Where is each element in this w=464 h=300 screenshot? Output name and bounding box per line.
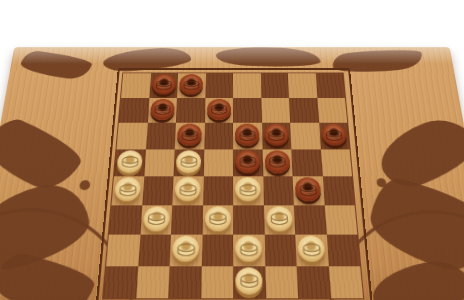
checkers-board-grid: ⛂⛂⛂⛂⛂⛂⛂⛂⛀⛀⛂⛂⛀⛀⛀⛂⛀⛀⛀⛀⛀⛀⛀ <box>102 72 364 299</box>
dark-man-g5[interactable]: ⛂ <box>295 178 322 202</box>
light-man-a4[interactable]: ⛀ <box>117 150 144 173</box>
square-f2[interactable] <box>261 98 290 123</box>
square-c3[interactable]: ⛂ <box>175 123 205 149</box>
square-h2[interactable] <box>317 98 347 123</box>
square-b3[interactable] <box>146 123 176 149</box>
square-c2[interactable] <box>176 98 205 123</box>
light-man-d6[interactable]: ⛀ <box>205 206 231 231</box>
light-man-g7[interactable]: ⛀ <box>298 236 326 262</box>
square-f1[interactable] <box>260 73 289 97</box>
square-b1[interactable]: ⛂ <box>149 73 178 97</box>
dark-man-e3[interactable]: ⛂ <box>235 124 260 146</box>
square-h4[interactable] <box>320 149 352 176</box>
square-f4[interactable]: ⛂ <box>262 149 292 176</box>
square-d3[interactable] <box>204 123 233 149</box>
square-d8[interactable] <box>201 266 233 299</box>
square-h5[interactable] <box>322 176 354 205</box>
square-d4[interactable] <box>203 149 233 176</box>
square-g3[interactable] <box>290 123 320 149</box>
square-d6[interactable]: ⛀ <box>202 205 233 235</box>
square-h7[interactable] <box>326 235 360 266</box>
square-b8[interactable] <box>136 266 170 299</box>
light-man-c5[interactable]: ⛀ <box>175 178 201 202</box>
square-a4[interactable]: ⛀ <box>114 149 146 176</box>
square-e6[interactable] <box>233 205 264 235</box>
square-f8[interactable] <box>265 266 298 299</box>
light-man-e7[interactable]: ⛀ <box>236 236 263 262</box>
marquetry-dot <box>376 178 386 187</box>
square-h3[interactable]: ⛂ <box>319 123 350 149</box>
marquetry-ornament <box>18 50 94 81</box>
square-a2[interactable] <box>119 98 149 123</box>
square-c6[interactable] <box>171 205 203 235</box>
square-a5[interactable]: ⛀ <box>111 176 143 205</box>
square-h6[interactable] <box>324 205 357 235</box>
square-e5[interactable]: ⛀ <box>233 176 263 205</box>
square-a8[interactable] <box>103 266 138 299</box>
square-a3[interactable] <box>116 123 147 149</box>
square-d2[interactable]: ⛂ <box>204 98 233 123</box>
square-h1[interactable] <box>315 73 345 97</box>
light-man-a5[interactable]: ⛀ <box>114 178 141 202</box>
square-f6[interactable]: ⛀ <box>263 205 295 235</box>
square-g2[interactable] <box>289 98 319 123</box>
square-c8[interactable] <box>168 266 201 299</box>
square-b2[interactable]: ⛂ <box>147 98 177 123</box>
square-g4[interactable] <box>291 149 322 176</box>
dark-man-f4[interactable]: ⛂ <box>264 150 290 173</box>
square-c5[interactable]: ⛀ <box>172 176 203 205</box>
dark-man-f3[interactable]: ⛂ <box>264 124 289 146</box>
square-c4[interactable]: ⛀ <box>174 149 204 176</box>
dark-man-h3[interactable]: ⛂ <box>321 124 347 146</box>
square-g1[interactable] <box>288 73 317 97</box>
square-c7[interactable]: ⛀ <box>170 235 202 266</box>
square-e1[interactable] <box>233 73 261 97</box>
wooden-board: ⛂⛂⛂⛂⛂⛂⛂⛂⛀⛀⛂⛂⛀⛀⛀⛂⛀⛀⛀⛀⛀⛀⛀ <box>0 47 464 300</box>
square-f7[interactable] <box>264 235 296 266</box>
square-a7[interactable] <box>106 235 140 266</box>
light-man-c7[interactable]: ⛀ <box>172 236 199 262</box>
square-d5[interactable] <box>203 176 233 205</box>
square-b5[interactable] <box>142 176 174 205</box>
square-a6[interactable] <box>109 205 142 235</box>
square-g7[interactable]: ⛀ <box>295 235 328 266</box>
square-d1[interactable] <box>205 73 233 97</box>
dark-man-c1[interactable]: ⛂ <box>179 74 203 94</box>
light-man-f6[interactable]: ⛀ <box>266 206 293 231</box>
square-a1[interactable] <box>121 73 151 97</box>
marquetry-dot <box>79 180 91 190</box>
light-man-e8[interactable]: ⛀ <box>236 267 263 294</box>
dark-man-d2[interactable]: ⛂ <box>207 99 231 120</box>
square-b7[interactable] <box>138 235 171 266</box>
dark-man-b1[interactable]: ⛂ <box>151 74 175 94</box>
square-b6[interactable]: ⛀ <box>140 205 172 235</box>
light-man-e5[interactable]: ⛀ <box>235 178 261 202</box>
marquetry-ornament <box>215 45 320 69</box>
square-e3[interactable]: ⛂ <box>233 123 262 149</box>
dark-man-c3[interactable]: ⛂ <box>177 124 202 146</box>
square-b4[interactable] <box>144 149 175 176</box>
dark-man-b2[interactable]: ⛂ <box>150 99 175 120</box>
square-f5[interactable] <box>263 176 294 205</box>
square-e2[interactable] <box>233 98 262 123</box>
photo-scene: ⛂⛂⛂⛂⛂⛂⛂⛂⛀⛀⛂⛂⛀⛀⛀⛂⛀⛀⛀⛀⛀⛀⛀ <box>0 0 464 300</box>
square-e8[interactable]: ⛀ <box>233 266 266 299</box>
square-d7[interactable] <box>201 235 233 266</box>
square-c1[interactable]: ⛂ <box>177 73 206 97</box>
square-g5[interactable]: ⛂ <box>293 176 325 205</box>
square-g6[interactable] <box>294 205 326 235</box>
square-e7[interactable]: ⛀ <box>233 235 265 266</box>
dark-man-e4[interactable]: ⛂ <box>235 150 260 173</box>
square-h8[interactable] <box>328 266 363 299</box>
square-g8[interactable] <box>297 266 331 299</box>
light-man-b6[interactable]: ⛀ <box>143 206 170 231</box>
square-f3[interactable]: ⛂ <box>262 123 292 149</box>
square-e4[interactable]: ⛂ <box>233 149 263 176</box>
light-man-c4[interactable]: ⛀ <box>176 150 202 173</box>
